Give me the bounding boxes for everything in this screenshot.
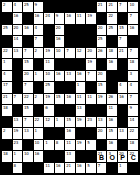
black-cell [107,163,117,173]
given-letter: O [107,154,117,161]
black-cell [65,59,75,69]
cell-number: 15 [108,128,113,133]
cell-number: 26 [108,94,113,99]
grid-cell[interactable]: 4 [2,71,12,81]
grid-cell[interactable]: 13 [23,128,33,138]
grid-cell[interactable]: 26 [107,94,117,104]
cell-number: 8 [14,163,16,168]
grid-cell[interactable]: 22 [23,94,33,104]
grid-cell[interactable]: 8 [55,140,65,150]
cell-number: 16 [14,13,19,18]
black-cell [44,128,54,138]
cell-number: 16 [129,25,134,30]
grid-cell[interactable]: 20 [97,25,107,35]
grid-cell[interactable]: 4 [128,82,138,92]
black-cell [76,36,86,46]
cell-number: 13 [66,71,71,76]
cell-number: 7 [129,48,131,53]
grid-cell[interactable]: 3 [128,71,138,81]
grid-cell[interactable]: 16 [23,25,33,35]
grid-cell[interactable]: 15 [107,128,117,138]
grid-cell[interactable]: 2 [2,128,12,138]
cell-number: 7 [119,2,121,7]
cell-number: 7 [87,71,89,76]
cell-number: 20 [98,71,103,76]
grid-cell[interactable]: 16 [55,71,65,81]
grid-cell[interactable]: 7 [23,117,33,127]
grid-cell[interactable]: 13 [76,105,86,115]
grid-cell[interactable]: 15 [118,25,128,35]
cell-number: 16 [77,163,82,168]
cell-number: 13 [24,128,29,133]
black-cell [118,117,128,127]
grid-cell[interactable]: 11 [76,94,86,104]
grid-cell[interactable]: 7 [13,94,23,104]
cell-number: 13 [77,105,82,110]
cell-number: 25 [108,25,113,30]
grid-cell[interactable]: 19 [44,94,54,104]
grid-cell[interactable]: 19 [76,117,86,127]
grid-cell[interactable]: 16 [107,140,117,150]
black-cell [34,163,44,173]
grid-cell[interactable]: 13 [13,48,23,58]
grid-cell[interactable]: 7 [86,71,96,81]
grid-cell[interactable]: 20 [86,48,96,58]
black-cell [107,36,117,46]
cell-number: 20 [14,25,19,30]
black-cell [118,71,128,81]
cell-number: 17 [3,82,8,87]
black-cell [2,36,12,46]
cell-number: 1 [45,140,47,145]
grid-cell[interactable]: 7 [97,163,107,173]
black-cell [97,13,107,23]
grid-cell[interactable]: 7 [118,36,128,46]
grid-cell[interactable]: 21 [65,163,75,173]
cell-number: 16 [56,71,61,76]
grid-cell[interactable]: 25 [2,25,12,35]
grid-cell[interactable]: 20 [13,25,23,35]
cell-number: 16 [66,94,71,99]
cell-number: 20 [56,25,61,30]
grid-cell[interactable]: 22 [34,117,44,127]
cell-number: 11 [87,94,92,99]
grid-cell[interactable]: 20 [23,71,33,81]
cell-number: 6 [45,105,47,110]
grid-cell[interactable]: 16 [34,13,44,23]
grid-cell[interactable]: 18 [128,59,138,69]
grid-cell[interactable]: 2 [34,94,44,104]
grid-cell[interactable]: 4 [118,82,128,92]
grid-cell[interactable]: 1 [34,71,44,81]
cell-number: 20 [87,48,92,53]
black-cell [55,151,65,161]
grid-cell[interactable]: 21B [97,151,107,161]
cell-number: 19 [77,117,82,122]
grid-cell[interactable]: 9 [128,105,138,115]
grid-cell[interactable]: 16 [107,59,117,69]
grid-cell[interactable]: 20 [55,25,65,35]
cell-number: 19 [45,48,50,53]
grid-cell[interactable]: 22 [107,13,117,23]
grid-cell[interactable]: 4 [34,25,44,35]
cell-number: 20 [24,71,29,76]
black-cell [55,128,65,138]
cell-number: 12 [77,48,82,53]
cell-number: 15 [24,59,29,64]
cell-number: 11 [45,59,50,64]
cell-number: 13 [14,117,19,122]
codeword-grid: 2425921217101616249161119227252016420202… [0,0,140,175]
cell-number: 23 [87,117,92,122]
black-cell [23,36,33,46]
black-cell [2,117,12,127]
cell-number: 23 [14,140,19,145]
cell-number: 15 [56,94,61,99]
grid-cell[interactable]: 15 [97,82,107,92]
cell-number: 9 [129,105,131,110]
grid-cell[interactable]: 14 [13,36,23,46]
black-cell [118,59,128,69]
grid-cell[interactable]: 15 [55,94,65,104]
grid-cell[interactable]: 11 [76,13,86,23]
cell-number: 7 [14,94,16,99]
cell-number: 1 [35,128,37,133]
grid-cell[interactable]: 23 [13,140,23,150]
black-cell [44,25,54,35]
cell-number: 5 [87,140,89,145]
cell-number: 22 [108,13,113,18]
grid-cell[interactable]: 13 [118,128,128,138]
grid-cell[interactable]: 16 [65,128,75,138]
grid-cell[interactable]: 7 [34,36,44,46]
grid-cell[interactable]: 10 [128,2,138,12]
black-cell [55,105,65,115]
grid-cell[interactable]: 7 [128,13,138,23]
black-cell [55,82,65,92]
cell-number: 4 [35,25,37,30]
grid-cell[interactable]: 22C [128,151,138,161]
grid-cell[interactable]: 7 [65,48,75,58]
grid-cell[interactable]: 3O [107,151,117,161]
grid-cell[interactable]: 16 [76,71,86,81]
cell-number: 21 [108,2,113,7]
grid-cell[interactable]: 16 [76,163,86,173]
cell-number: 19 [98,94,103,99]
cell-number: 25 [3,25,8,30]
grid-cell[interactable]: 21 [118,48,128,58]
cell-number: 16 [108,59,113,64]
cell-number: 7 [24,48,26,53]
given-letter: P [118,154,128,161]
black-cell [44,151,54,161]
grid-cell[interactable]: 13 [65,151,75,161]
grid-cell[interactable]: 19 [86,59,96,69]
grid-cell[interactable]: 11 [107,105,117,115]
cell-number: 4 [3,71,5,76]
grid-cell[interactable]: 13 [65,71,75,81]
grid-cell[interactable]: 12 [76,48,86,58]
grid-cell[interactable]: 12 [44,117,54,127]
cell-number: 11 [45,163,50,168]
cell-number: 26 [98,48,103,53]
cell-number: 7 [24,82,26,87]
grid-cell[interactable]: 11 [86,94,96,104]
cell-number: 4 [119,82,121,87]
cell-number: 25 [98,36,103,41]
black-cell [107,82,117,92]
cell-number: 12 [45,117,50,122]
cell-number: 21 [66,163,71,168]
grid-cell[interactable]: 19 [44,48,54,58]
cell-number: 22 [35,117,40,122]
cell-number: 22 [24,94,29,99]
grid-cell[interactable]: 22 [128,128,138,138]
grid-cell[interactable]: 10 [23,151,33,161]
grid-cell[interactable]: 11 [44,59,54,69]
black-cell [65,2,75,12]
black-cell [86,82,96,92]
grid-cell[interactable]: 21 [2,94,12,104]
cell-number: 16 [77,71,82,76]
cell-number: 16 [35,13,40,18]
grid-cell[interactable]: 8 [13,163,23,173]
cell-number: 16 [24,25,29,30]
black-cell [13,82,23,92]
grid-cell[interactable]: 6 [44,105,54,115]
black-cell [34,105,44,115]
cell-number: 10 [24,151,29,156]
cell-number: 4 [14,2,16,7]
grid-cell[interactable]: 1 [76,82,86,92]
grid-cell[interactable]: 16 [65,13,75,23]
grid-cell[interactable]: 15 [65,117,75,127]
cell-number: 7 [66,48,68,53]
black-cell [44,36,54,46]
given-letter: C [128,154,138,161]
cell-number: 15 [66,117,71,122]
grid-cell[interactable]: 7 [128,48,138,58]
black-cell [107,71,117,81]
grid-cell[interactable]: 13 [97,117,107,127]
cell-number: 11 [66,140,71,145]
grid-cell[interactable]: 15 [23,59,33,69]
grid-cell[interactable]: 4 [13,2,23,12]
black-cell [118,105,128,115]
grid-cell[interactable]: 10 [55,48,65,58]
grid-cell[interactable]: 18 [2,151,12,161]
grid-cell[interactable]: 16 [55,163,65,173]
cell-number: 7 [98,163,100,168]
grid-cell[interactable]: 25 [107,25,117,35]
cell-number: 7 [24,117,26,122]
grid-cell[interactable]: 19 [86,13,96,23]
cell-number: 7 [129,94,131,99]
black-cell [34,59,44,69]
black-cell [65,105,75,115]
grid-cell[interactable]: 1 [34,128,44,138]
cell-number: 2 [3,128,5,133]
grid-cell[interactable]: 5 [86,163,96,173]
black-cell [97,140,107,150]
grid-cell[interactable]: 25 [97,36,107,46]
cell-number: 16 [119,94,124,99]
grid-cell[interactable]: 23 [86,117,96,127]
black-cell [86,105,96,115]
grid-cell[interactable]: 13 [13,117,23,127]
cell-number: 10 [129,2,134,7]
grid-cell[interactable]: 1 [13,151,23,161]
cell-number: 19 [87,13,92,18]
cell-number: 1 [77,82,79,87]
grid-cell[interactable]: 7 [118,2,128,12]
grid-cell[interactable]: 1 [55,117,65,127]
grid-cell[interactable]: 10 [34,140,44,150]
cell-number: 14 [129,117,134,122]
grid-cell[interactable]: 18 [107,48,117,58]
black-cell [128,163,138,173]
cell-number: 18 [3,105,8,110]
cell-number: 11 [77,94,82,99]
cell-number: 19 [14,128,19,133]
cell-number: 16 [66,128,71,133]
cell-number: 9 [35,2,37,7]
black-cell [2,13,12,23]
black-cell [13,59,23,69]
cell-number: 7 [129,13,131,18]
grid-cell[interactable]: 2 [2,2,12,12]
black-cell [86,2,96,12]
grid-cell[interactable]: 9 [55,13,65,23]
cell-number: 13 [119,128,124,133]
black-cell [97,59,107,69]
cell-number: 3 [129,71,131,76]
grid-cell[interactable]: 22 [2,48,12,58]
grid-cell[interactable]: 16 [55,36,65,46]
black-cell [86,25,96,35]
grid-cell[interactable]: 19 [76,140,86,150]
cell-number: 16 [108,117,113,122]
cell-number: 21 [3,94,8,99]
grid-cell[interactable]: 16 [107,117,117,127]
grid-cell[interactable]: 20 [97,128,107,138]
cell-number: 22 [129,128,134,133]
grid-cell[interactable]: 16 [128,25,138,35]
grid-cell[interactable]: 26 [97,48,107,58]
black-cell [65,36,75,46]
grid-cell[interactable]: 11 [65,140,75,150]
cell-number: 16 [56,36,61,41]
cell-number: 21 [119,48,124,53]
grid-cell[interactable]: 10 [44,71,54,81]
black-cell [55,59,65,69]
cell-number: 20 [98,25,103,30]
grid-cell[interactable]: 16 [34,151,44,161]
grid-cell[interactable]: 14 [128,117,138,127]
grid-cell[interactable]: 1 [44,140,54,150]
grid-cell[interactable]: 16 [118,94,128,104]
cell-number: 19 [45,94,50,99]
black-cell [128,36,138,46]
grid-cell[interactable]: 5 [86,140,96,150]
black-cell [76,59,86,69]
cell-number: 18 [129,59,134,64]
cell-number: 13 [98,117,103,122]
black-cell [2,140,12,150]
cell-number: 1 [3,59,5,64]
cell-number: 7 [35,36,37,41]
grid-cell[interactable]: 9 [34,2,44,12]
cell-number: 18 [129,140,134,145]
grid-cell[interactable]: 18 [128,140,138,150]
cell-number: 10 [45,71,50,76]
cell-number: 1 [35,71,37,76]
black-cell [44,2,54,12]
cell-number: 2 [35,48,37,53]
black-cell [118,13,128,23]
grid-cell[interactable]: 20 [97,71,107,81]
grid-cell[interactable]: 21 [97,2,107,12]
grid-cell[interactable]: 2 [34,48,44,58]
grid-cell[interactable]: 20P [118,151,128,161]
cell-number: 21 [98,2,103,7]
cell-number: 16 [66,13,71,18]
grid-cell[interactable]: 19 [97,94,107,104]
grid-cell[interactable]: 1 [118,163,128,173]
grid-cell[interactable]: 7 [23,48,33,58]
cell-number: 16 [56,163,61,168]
grid-cell[interactable]: 16 [65,94,75,104]
grid-cell[interactable]: 1 [2,59,12,69]
cell-number: 14 [14,36,19,41]
black-cell [86,128,96,138]
cell-number: 10 [35,140,40,145]
black-cell [34,82,44,92]
black-cell [118,140,128,150]
grid-cell[interactable]: 15 [23,105,33,115]
cell-number: 25 [24,2,29,7]
black-cell [76,128,86,138]
black-cell [13,105,23,115]
grid-cell[interactable]: 18 [2,105,12,115]
cell-number: 7 [119,36,121,41]
cell-number: 1 [56,117,58,122]
grid-cell[interactable]: 7 [128,94,138,104]
black-cell [86,36,96,46]
black-cell [76,25,86,35]
cell-number: 9 [56,13,58,18]
grid-cell[interactable]: 16 [13,13,23,23]
grid-cell[interactable]: 25 [44,82,54,92]
grid-cell[interactable]: 21 [107,2,117,12]
given-letter: B [97,154,107,161]
cell-number: 1 [119,163,121,168]
cell-number: 18 [108,48,113,53]
black-cell [97,105,107,115]
grid-cell[interactable]: 25 [23,2,33,12]
grid-cell[interactable]: 7 [23,82,33,92]
grid-cell[interactable]: 24 [44,13,54,23]
cell-number: 22 [3,48,8,53]
grid-cell[interactable]: 11 [44,163,54,173]
cell-number: 10 [56,48,61,53]
grid-cell[interactable]: 17 [2,82,12,92]
cell-number: 11 [108,105,113,110]
cell-number: 15 [119,25,124,30]
grid-cell[interactable]: 19 [13,128,23,138]
cell-number: 5 [87,163,89,168]
cell-number: 2 [35,94,37,99]
